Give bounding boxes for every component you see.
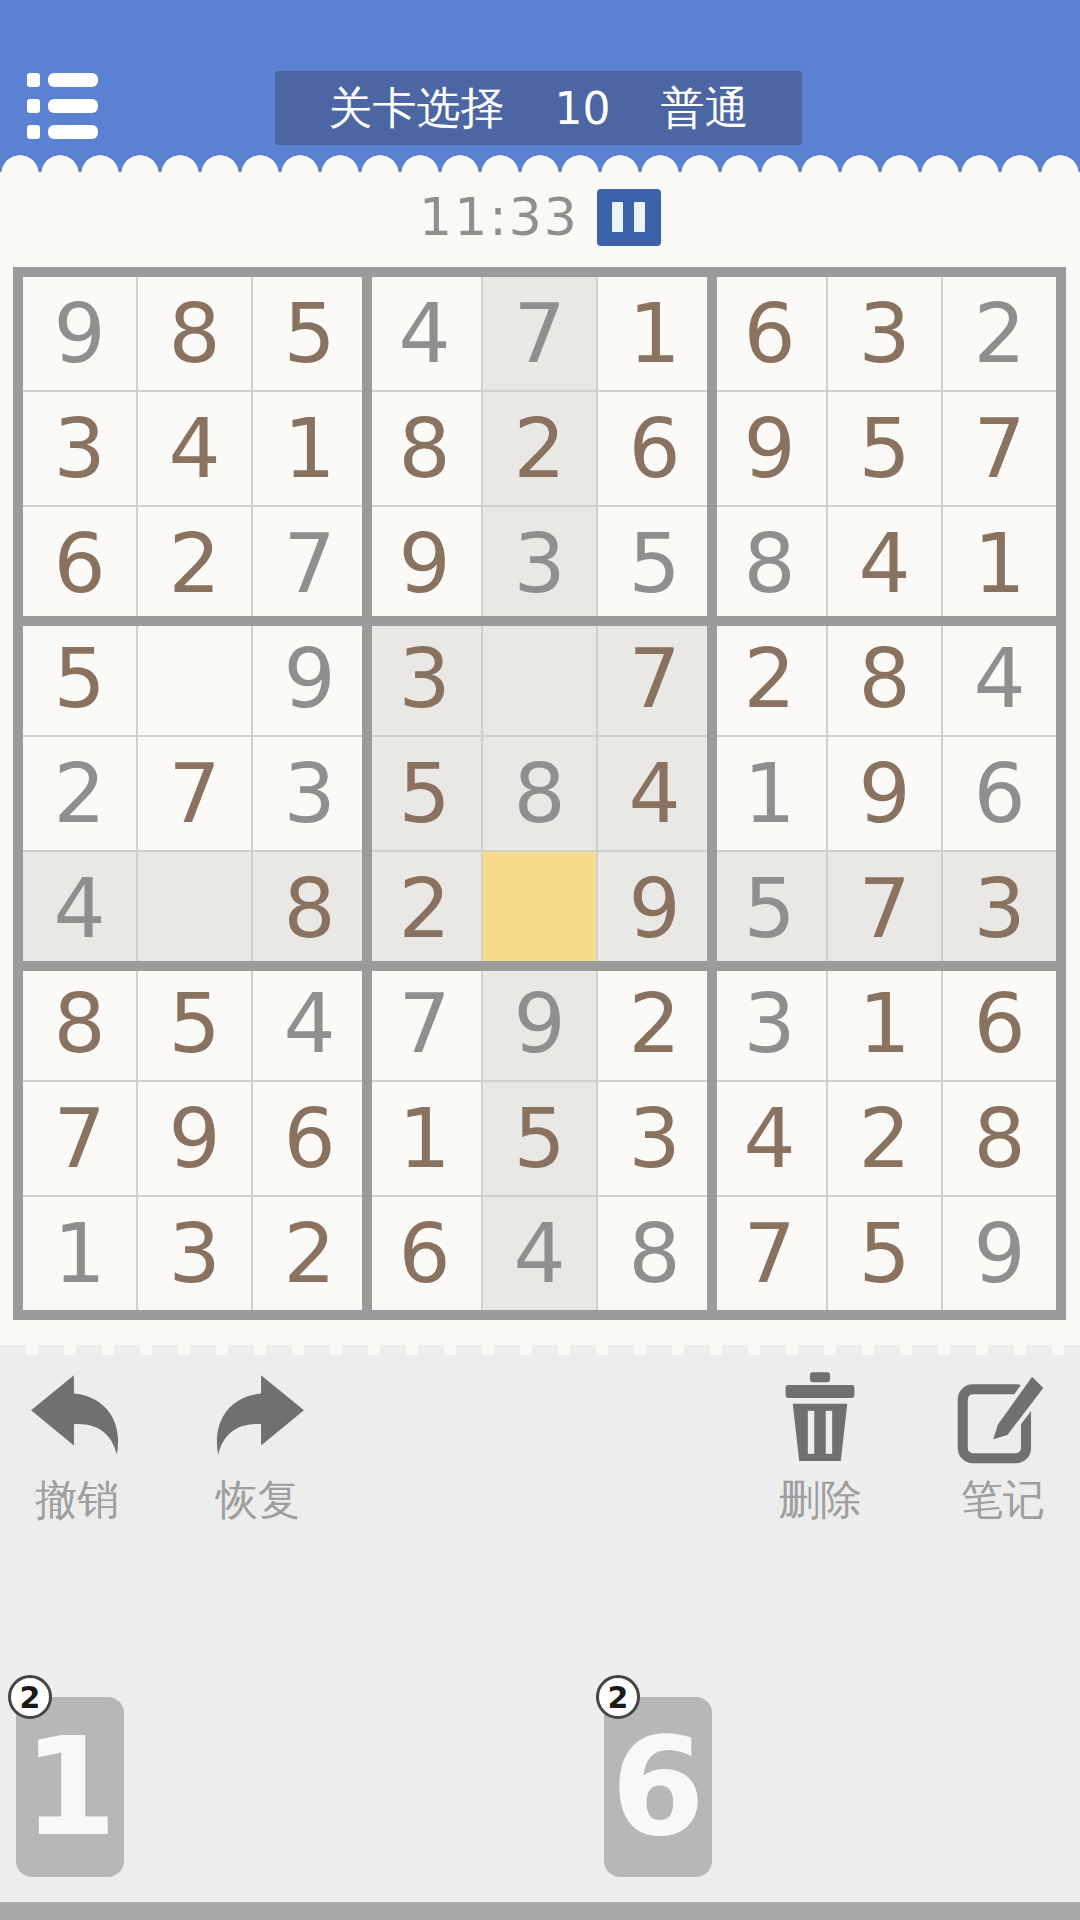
trash-icon bbox=[777, 1372, 863, 1464]
cell-r1c5[interactable]: 7 bbox=[483, 277, 596, 390]
digit-button-1-value: 1 bbox=[23, 1720, 117, 1855]
cell-r4c8[interactable]: 8 bbox=[828, 622, 941, 735]
cell-r3c6[interactable]: 5 bbox=[598, 507, 711, 620]
cell-r4c1[interactable]: 5 bbox=[23, 622, 136, 735]
cell-r3c5[interactable]: 3 bbox=[483, 507, 596, 620]
menu-icon bbox=[27, 73, 98, 139]
cell-r1c8[interactable]: 3 bbox=[828, 277, 941, 390]
cell-r5c2[interactable]: 7 bbox=[138, 737, 251, 850]
cell-r8c3[interactable]: 6 bbox=[253, 1082, 366, 1195]
sudoku-grid: 9854716323418269576279358415937284273584… bbox=[23, 277, 1056, 1310]
digit-button-1[interactable]: 1 2 bbox=[16, 1697, 124, 1877]
cell-r8c4[interactable]: 1 bbox=[368, 1082, 481, 1195]
undo-icon bbox=[28, 1372, 126, 1464]
cell-r6c8[interactable]: 7 bbox=[828, 852, 941, 965]
cell-r7c1[interactable]: 8 bbox=[23, 967, 136, 1080]
cell-r1c7[interactable]: 6 bbox=[713, 277, 826, 390]
undo-button[interactable]: 撤销 bbox=[17, 1372, 137, 1528]
cell-r7c7[interactable]: 3 bbox=[713, 967, 826, 1080]
cell-r1c4[interactable]: 4 bbox=[368, 277, 481, 390]
cell-r1c1[interactable]: 9 bbox=[23, 277, 136, 390]
header-scallop-edge bbox=[0, 152, 1080, 172]
box-divider-vertical-1 bbox=[362, 277, 372, 1310]
cell-r3c7[interactable]: 8 bbox=[713, 507, 826, 620]
delete-label: 删除 bbox=[760, 1472, 880, 1528]
timer-value: 11:33 bbox=[419, 187, 579, 247]
cell-r4c9[interactable]: 4 bbox=[943, 622, 1056, 735]
digit-button-6[interactable]: 6 2 bbox=[604, 1697, 712, 1877]
cell-r1c9[interactable]: 2 bbox=[943, 277, 1056, 390]
cell-r4c6[interactable]: 7 bbox=[598, 622, 711, 735]
cell-r5c7[interactable]: 1 bbox=[713, 737, 826, 850]
notes-button[interactable]: 笔记 bbox=[943, 1372, 1063, 1528]
cell-r2c1[interactable]: 3 bbox=[23, 392, 136, 505]
cell-r7c5[interactable]: 9 bbox=[483, 967, 596, 1080]
cell-r9c6[interactable]: 8 bbox=[598, 1197, 711, 1310]
cell-r9c9[interactable]: 9 bbox=[943, 1197, 1056, 1310]
sudoku-app-screen: 关卡选择 10 普通 11:33 98547163234182695762793… bbox=[0, 0, 1080, 1920]
cell-r6c9[interactable]: 3 bbox=[943, 852, 1056, 965]
box-divider-horizontal-1 bbox=[23, 616, 1056, 626]
pause-icon bbox=[634, 202, 645, 232]
cell-r9c5[interactable]: 4 bbox=[483, 1197, 596, 1310]
delete-button[interactable]: 删除 bbox=[760, 1372, 880, 1528]
cell-r2c9[interactable]: 7 bbox=[943, 392, 1056, 505]
cell-r7c4[interactable]: 7 bbox=[368, 967, 481, 1080]
cell-r2c2[interactable]: 4 bbox=[138, 392, 251, 505]
level-number: 10 bbox=[555, 83, 611, 134]
notes-label: 笔记 bbox=[943, 1472, 1063, 1528]
cell-r1c6[interactable]: 1 bbox=[598, 277, 711, 390]
cell-r3c3[interactable]: 7 bbox=[253, 507, 366, 620]
cell-r6c1[interactable]: 4 bbox=[23, 852, 136, 965]
difficulty-label: 普通 bbox=[661, 79, 749, 138]
cell-r6c6[interactable]: 9 bbox=[598, 852, 711, 965]
cell-r9c3[interactable]: 2 bbox=[253, 1197, 366, 1310]
cell-r6c4[interactable]: 2 bbox=[368, 852, 481, 965]
cell-r5c3[interactable]: 3 bbox=[253, 737, 366, 850]
cell-r6c3[interactable]: 8 bbox=[253, 852, 366, 965]
cell-r8c9[interactable]: 8 bbox=[943, 1082, 1056, 1195]
pencil-edit-icon bbox=[957, 1372, 1049, 1464]
cell-r8c6[interactable]: 3 bbox=[598, 1082, 711, 1195]
pause-button[interactable] bbox=[597, 189, 661, 246]
level-select-banner[interactable]: 关卡选择 10 普通 bbox=[275, 71, 802, 145]
cell-r7c9[interactable]: 6 bbox=[943, 967, 1056, 1080]
cell-r8c1[interactable]: 7 bbox=[23, 1082, 136, 1195]
cell-r9c4[interactable]: 6 bbox=[368, 1197, 481, 1310]
redo-label: 恢复 bbox=[198, 1472, 318, 1528]
bottom-strip bbox=[0, 1902, 1080, 1920]
cell-r4c5[interactable] bbox=[483, 622, 596, 735]
cell-r2c8[interactable]: 5 bbox=[828, 392, 941, 505]
cell-r5c8[interactable]: 9 bbox=[828, 737, 941, 850]
menu-button[interactable] bbox=[27, 73, 98, 139]
timer-row: 11:33 bbox=[0, 186, 1080, 248]
cell-r8c8[interactable]: 2 bbox=[828, 1082, 941, 1195]
digit-button-1-count-badge: 2 bbox=[8, 1675, 52, 1719]
cell-r4c4[interactable]: 3 bbox=[368, 622, 481, 735]
cell-r7c2[interactable]: 5 bbox=[138, 967, 251, 1080]
redo-icon bbox=[209, 1372, 307, 1464]
cell-r9c2[interactable]: 3 bbox=[138, 1197, 251, 1310]
app-header: 关卡选择 10 普通 bbox=[0, 0, 1080, 152]
cell-r1c3[interactable]: 5 bbox=[253, 277, 366, 390]
cell-r2c3[interactable]: 1 bbox=[253, 392, 366, 505]
cell-r9c7[interactable]: 7 bbox=[713, 1197, 826, 1310]
cell-r3c8[interactable]: 4 bbox=[828, 507, 941, 620]
cell-r3c4[interactable]: 9 bbox=[368, 507, 481, 620]
sudoku-board: 9854716323418269576279358415937284273584… bbox=[13, 267, 1066, 1320]
cell-r2c7[interactable]: 9 bbox=[713, 392, 826, 505]
cell-r5c1[interactable]: 2 bbox=[23, 737, 136, 850]
cell-r7c6[interactable]: 2 bbox=[598, 967, 711, 1080]
cell-r2c4[interactable]: 8 bbox=[368, 392, 481, 505]
box-divider-vertical-2 bbox=[707, 277, 717, 1310]
level-select-label: 关卡选择 bbox=[329, 79, 505, 138]
cell-r5c9[interactable]: 6 bbox=[943, 737, 1056, 850]
cell-r8c5[interactable]: 5 bbox=[483, 1082, 596, 1195]
cell-r6c7[interactable]: 5 bbox=[713, 852, 826, 965]
cell-r4c3[interactable]: 9 bbox=[253, 622, 366, 735]
redo-button[interactable]: 恢复 bbox=[198, 1372, 318, 1528]
pause-icon bbox=[612, 202, 623, 232]
cell-r8c7[interactable]: 4 bbox=[713, 1082, 826, 1195]
cell-r3c9[interactable]: 1 bbox=[943, 507, 1056, 620]
undo-label: 撤销 bbox=[17, 1472, 137, 1528]
digit-button-6-count-badge: 2 bbox=[596, 1675, 640, 1719]
cell-r1c2[interactable]: 8 bbox=[138, 277, 251, 390]
cell-r2c6[interactable]: 6 bbox=[598, 392, 711, 505]
cell-r5c4[interactable]: 5 bbox=[368, 737, 481, 850]
cell-r5c5[interactable]: 8 bbox=[483, 737, 596, 850]
cell-r6c5[interactable] bbox=[483, 852, 596, 965]
cell-r9c1[interactable]: 1 bbox=[23, 1197, 136, 1310]
cell-r9c8[interactable]: 5 bbox=[828, 1197, 941, 1310]
cell-r2c5[interactable]: 2 bbox=[483, 392, 596, 505]
cell-r6c2[interactable] bbox=[138, 852, 251, 965]
cell-r3c2[interactable]: 2 bbox=[138, 507, 251, 620]
digit-button-6-value: 6 bbox=[611, 1720, 705, 1855]
cell-r3c1[interactable]: 6 bbox=[23, 507, 136, 620]
bottom-panel: 撤销 恢复 删除 笔记 bbox=[0, 1355, 1080, 1920]
cell-r8c2[interactable]: 9 bbox=[138, 1082, 251, 1195]
cell-r4c2[interactable] bbox=[138, 622, 251, 735]
box-divider-horizontal-2 bbox=[23, 961, 1056, 971]
cell-r4c7[interactable]: 2 bbox=[713, 622, 826, 735]
cell-r7c3[interactable]: 4 bbox=[253, 967, 366, 1080]
cell-r7c8[interactable]: 1 bbox=[828, 967, 941, 1080]
cell-r5c6[interactable]: 4 bbox=[598, 737, 711, 850]
